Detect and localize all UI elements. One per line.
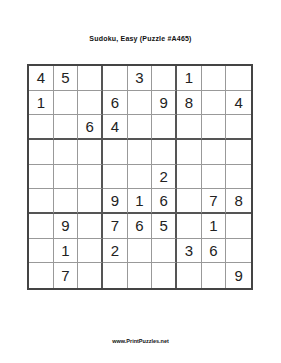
cell-r2c1: 1 [29, 91, 54, 116]
cell-r8c4: 2 [103, 239, 128, 264]
cell-r9c6 [152, 263, 177, 288]
cell-r5c2 [54, 165, 79, 190]
cell-r2c2 [54, 91, 79, 116]
sudoku-grid: 4531169846429167897651123679 [27, 64, 253, 290]
cell-r4c7 [177, 140, 202, 165]
cell-r9c5 [128, 263, 153, 288]
cell-r6c4: 9 [103, 189, 128, 214]
cell-r4c6 [152, 140, 177, 165]
cell-r4c8 [202, 140, 227, 165]
cell-r3c5 [128, 115, 153, 140]
cell-r2c8 [202, 91, 227, 116]
cell-r4c1 [29, 140, 54, 165]
cell-r1c5: 3 [128, 66, 153, 91]
cell-r7c8: 1 [202, 214, 227, 239]
cell-r7c5: 6 [128, 214, 153, 239]
cell-r4c4 [103, 140, 128, 165]
cell-r9c9: 9 [226, 263, 251, 288]
cell-r1c9 [226, 66, 251, 91]
cell-r8c3 [78, 239, 103, 264]
cell-r9c3 [78, 263, 103, 288]
cell-r6c9: 8 [226, 189, 251, 214]
cell-r6c2 [54, 189, 79, 214]
cell-r3c3: 6 [78, 115, 103, 140]
cell-r2c7: 8 [177, 91, 202, 116]
cell-r4c9 [226, 140, 251, 165]
cell-r2c5 [128, 91, 153, 116]
cell-r4c2 [54, 140, 79, 165]
cell-r1c3 [78, 66, 103, 91]
cell-r9c8 [202, 263, 227, 288]
cell-r1c6 [152, 66, 177, 91]
cell-r1c2: 5 [54, 66, 79, 91]
cell-r8c5 [128, 239, 153, 264]
cell-r7c1 [29, 214, 54, 239]
cell-r8c8: 6 [202, 239, 227, 264]
cell-r3c9 [226, 115, 251, 140]
cell-r5c6: 2 [152, 165, 177, 190]
cell-r7c4: 7 [103, 214, 128, 239]
cell-r7c9 [226, 214, 251, 239]
cell-r4c5 [128, 140, 153, 165]
cell-r8c6 [152, 239, 177, 264]
cell-r2c3 [78, 91, 103, 116]
cell-r2c4: 6 [103, 91, 128, 116]
cell-r5c4 [103, 165, 128, 190]
cell-r6c8: 7 [202, 189, 227, 214]
cell-r3c7 [177, 115, 202, 140]
cell-r6c3 [78, 189, 103, 214]
cell-r9c1 [29, 263, 54, 288]
cell-r1c4 [103, 66, 128, 91]
cell-r7c6: 5 [152, 214, 177, 239]
cell-r8c9 [226, 239, 251, 264]
cell-r5c5 [128, 165, 153, 190]
cell-r5c9 [226, 165, 251, 190]
cell-r9c2: 7 [54, 263, 79, 288]
cell-r3c4: 4 [103, 115, 128, 140]
cell-r2c9: 4 [226, 91, 251, 116]
cell-r8c2: 1 [54, 239, 79, 264]
cell-r1c7: 1 [177, 66, 202, 91]
cell-r1c8 [202, 66, 227, 91]
cell-r3c8 [202, 115, 227, 140]
cell-r5c8 [202, 165, 227, 190]
printable-puzzle-page: Sudoku, Easy (Puzzle #A465) 453116984642… [0, 0, 281, 363]
cell-r7c3 [78, 214, 103, 239]
cell-r6c7 [177, 189, 202, 214]
cell-r2c6: 9 [152, 91, 177, 116]
cell-r9c4 [103, 263, 128, 288]
cell-r7c2: 9 [54, 214, 79, 239]
cell-r6c6: 6 [152, 189, 177, 214]
cell-r6c5: 1 [128, 189, 153, 214]
cell-r3c1 [29, 115, 54, 140]
cell-r9c7 [177, 263, 202, 288]
cell-r3c2 [54, 115, 79, 140]
cell-r5c7 [177, 165, 202, 190]
cell-r8c1 [29, 239, 54, 264]
cell-r5c3 [78, 165, 103, 190]
cell-r3c6 [152, 115, 177, 140]
cell-r7c7 [177, 214, 202, 239]
cell-r6c1 [29, 189, 54, 214]
cell-r4c3 [78, 140, 103, 165]
cell-r1c1: 4 [29, 66, 54, 91]
cell-r5c1 [29, 165, 54, 190]
cell-r8c7: 3 [177, 239, 202, 264]
page-title: Sudoku, Easy (Puzzle #A465) [0, 35, 281, 42]
footer-url: www.PrintPuzzles.net [0, 338, 281, 344]
